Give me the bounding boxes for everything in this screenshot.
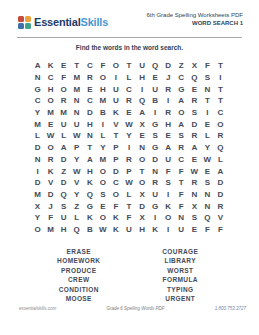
grid-cell-r11c7: C	[109, 177, 122, 189]
grid-cell-r7c14: L	[201, 130, 214, 142]
grid-cell-r12c14: N	[201, 189, 214, 201]
grid-cell-r7c2: W	[44, 130, 57, 142]
grid-cell-r3c2: H	[44, 83, 57, 95]
grid-cell-r8c11: A	[162, 142, 175, 154]
grid-cell-r5c15: C	[214, 107, 227, 119]
grid-cell-r7c3: L	[57, 130, 70, 142]
grid-cell-r15c9: H	[136, 224, 149, 236]
grid-cell-r2c13: Q	[188, 72, 201, 84]
grid-cell-r15c2: M	[44, 224, 57, 236]
grid-cell-r6c13: D	[188, 118, 201, 130]
grid-cell-r12c11: I	[162, 189, 175, 201]
grid-cell-r3c6: H	[96, 83, 109, 95]
grid-cell-r10c12: F	[175, 165, 188, 177]
grid-cell-r7c5: N	[83, 130, 96, 142]
brand-name: EssentialSkills	[34, 16, 108, 29]
grid-cell-r7c15: R	[214, 130, 227, 142]
grid-cell-r13c11: K	[162, 200, 175, 212]
grid-cell-r14c9: X	[136, 212, 149, 224]
grid-cell-r10c13: W	[188, 165, 201, 177]
grid-cell-r13c15: R	[214, 200, 227, 212]
header-divider	[17, 37, 242, 38]
grid-cell-r8c14: Y	[201, 142, 214, 154]
grid-cell-r7c6: L	[96, 130, 109, 142]
grid-cell-r10c7: D	[109, 165, 122, 177]
grid-cell-r10c10: N	[149, 165, 162, 177]
grid-cell-r5c1: Y	[31, 107, 44, 119]
grid-cell-r1c7: O	[109, 60, 122, 72]
grid-cell-r12c6: S	[96, 189, 109, 201]
grid-cell-r10c2: K	[44, 165, 57, 177]
grid-cell-r3c9: I	[136, 83, 149, 95]
worksheet-subtitle: WORD SEARCH 1	[146, 19, 243, 27]
grid-cell-r7c1: L	[31, 130, 44, 142]
grid-cell-r13c3: S	[57, 200, 70, 212]
grid-cell-r6c5: H	[83, 118, 96, 130]
grid-cell-r6c4: U	[70, 118, 83, 130]
grid-cell-r15c5: B	[83, 224, 96, 236]
grid-cell-r4c3: R	[57, 95, 70, 107]
grid-cell-r9c1: N	[31, 154, 44, 166]
grid-cell-r14c5: K	[83, 212, 96, 224]
grid-cell-r10c4: W	[70, 165, 83, 177]
grid-cell-r15c1: O	[31, 224, 44, 236]
grid-cell-r11c1: D	[31, 177, 44, 189]
grid-cell-r15c14: F	[201, 224, 214, 236]
grid-cell-r8c1: D	[31, 142, 44, 154]
grid-cell-r15c13: E	[188, 224, 201, 236]
word-search-grid: AKETCFOTUQDZXFTNCFMROILHEJCQSIGHOMEHUCIU…	[31, 60, 227, 235]
grid-cell-r4c10: B	[149, 95, 162, 107]
brand-name-essential: Essential	[34, 16, 81, 28]
grid-cell-r7c4: W	[70, 130, 83, 142]
word-item-homework: HOMEWORK	[28, 256, 130, 265]
grid-cell-r4c4: N	[70, 95, 83, 107]
grid-cell-r3c8: C	[122, 83, 135, 95]
grid-cell-r4c9: Q	[136, 95, 149, 107]
grid-cell-r13c8: T	[122, 200, 135, 212]
word-item-courage: COURAGE	[130, 247, 232, 256]
header: EssentialSkills 6th Grade Spelling Works…	[18, 11, 243, 29]
grid-cell-r6c12: A	[175, 118, 188, 130]
grid-cell-r15c6: W	[96, 224, 109, 236]
grid-cell-r12c7: O	[109, 189, 122, 201]
grid-cell-r14c10: I	[149, 212, 162, 224]
word-item-worst: WORST	[130, 266, 232, 275]
grid-cell-r6c8: W	[122, 118, 135, 130]
grid-cell-r12c15: D	[214, 189, 227, 201]
grid-cell-r2c5: R	[83, 72, 96, 84]
grid-cell-r15c11: I	[162, 224, 175, 236]
grid-cell-r6c3: U	[57, 118, 70, 130]
grid-cell-r8c13: A	[188, 142, 201, 154]
grid-cell-r3c15: T	[214, 83, 227, 95]
grid-cell-r1c10: Q	[149, 60, 162, 72]
word-list-left-column: ERASEHOMEWORKPRODUCECREWCONDITIONMOOSE	[28, 247, 130, 303]
grid-cell-r1c9: U	[136, 60, 149, 72]
word-item-produce: PRODUCE	[28, 266, 130, 275]
grid-cell-r9c8: R	[122, 154, 135, 166]
grid-cell-r7c7: T	[109, 130, 122, 142]
logo-block-orange	[25, 16, 31, 22]
grid-cell-r2c14: S	[201, 72, 214, 84]
grid-cell-r15c7: K	[109, 224, 122, 236]
grid-cell-r1c2: K	[44, 60, 57, 72]
grid-cell-r7c12: S	[175, 130, 188, 142]
grid-cell-r3c11: R	[162, 83, 175, 95]
grid-cell-r5c12: O	[175, 107, 188, 119]
grid-cell-r14c7: K	[109, 212, 122, 224]
grid-cell-r6c7: V	[109, 118, 122, 130]
grid-cell-r8c10: G	[149, 142, 162, 154]
grid-cell-r1c14: F	[201, 60, 214, 72]
grid-cell-r8c8: I	[122, 142, 135, 154]
word-item-condition: CONDITION	[28, 285, 130, 294]
word-item-erase: ERASE	[28, 247, 130, 256]
grid-cell-r7c11: E	[162, 130, 175, 142]
logo-block-red	[18, 16, 24, 22]
grid-cell-r10c1: I	[31, 165, 44, 177]
footer-phone: 1.800.753.3727	[215, 306, 246, 311]
grid-cell-r14c8: F	[122, 212, 135, 224]
grid-cell-r8c6: Y	[96, 142, 109, 154]
grid-cell-r11c15: D	[214, 177, 227, 189]
grid-cell-r14c4: L	[70, 212, 83, 224]
grid-cell-r12c5: Q	[83, 189, 96, 201]
word-item-library: LIBRARY	[130, 256, 232, 265]
grid-cell-r11c2: V	[44, 177, 57, 189]
grid-cell-r14c14: Q	[201, 212, 214, 224]
grid-cell-r5c10: I	[149, 107, 162, 119]
grid-cell-r6c2: E	[44, 118, 57, 130]
grid-cell-r2c10: E	[149, 72, 162, 84]
grid-cell-r1c1: A	[31, 60, 44, 72]
grid-cell-r11c4: V	[70, 177, 83, 189]
grid-cell-r13c10: G	[149, 200, 162, 212]
grid-cell-r1c6: F	[96, 60, 109, 72]
grid-cell-r14c15: V	[214, 212, 227, 224]
grid-cell-r8c4: P	[70, 142, 83, 154]
word-item-urgent: URGENT	[130, 294, 232, 303]
grid-cell-r11c8: W	[122, 177, 135, 189]
grid-cell-r5c4: N	[70, 107, 83, 119]
essentialskills-logo-icon	[18, 16, 31, 29]
grid-cell-r1c5: C	[83, 60, 96, 72]
grid-cell-r9c3: D	[57, 154, 70, 166]
grid-cell-r3c4: M	[70, 83, 83, 95]
grid-cell-r11c12: T	[175, 177, 188, 189]
grid-cell-r12c12: F	[175, 189, 188, 201]
grid-cell-r1c4: T	[70, 60, 83, 72]
grid-cell-r13c12: F	[175, 200, 188, 212]
grid-cell-r5c13: S	[188, 107, 201, 119]
grid-cell-r9c15: L	[214, 154, 227, 166]
grid-cell-r5c6: B	[96, 107, 109, 119]
grid-cell-r4c1: C	[31, 95, 44, 107]
grid-cell-r12c9: X	[136, 189, 149, 201]
grid-cell-r12c4: Y	[70, 189, 83, 201]
worksheet-title: 6th Grade Spelling Worksheets PDF	[146, 11, 243, 19]
word-list-right-column: COURAGELIBRARYWORSTFORMULATYPINGURGENT	[130, 247, 232, 303]
grid-cell-r6c9: X	[136, 118, 149, 130]
grid-cell-r2c9: H	[136, 72, 149, 84]
grid-cell-r13c13: X	[188, 200, 201, 212]
logo-block-green	[25, 23, 31, 29]
word-list: ERASEHOMEWORKPRODUCECREWCONDITIONMOOSE C…	[28, 247, 231, 303]
grid-cell-r10c6: O	[96, 165, 109, 177]
grid-cell-r13c4: Z	[70, 200, 83, 212]
grid-cell-r12c13: N	[188, 189, 201, 201]
grid-cell-r5c7: K	[109, 107, 122, 119]
grid-cell-r2c3: F	[57, 72, 70, 84]
grid-cell-r11c6: O	[96, 177, 109, 189]
worksheet-page: EssentialSkills 6th Grade Spelling Works…	[0, 0, 259, 335]
grid-cell-r1c11: D	[162, 60, 175, 72]
grid-cell-r11c5: K	[83, 177, 96, 189]
grid-cell-r11c10: R	[149, 177, 162, 189]
grid-cell-r3c10: U	[149, 83, 162, 95]
grid-cell-r9c12: C	[175, 154, 188, 166]
word-item-crew: CREW	[28, 275, 130, 284]
grid-cell-r13c7: F	[109, 200, 122, 212]
grid-cell-r5c14: I	[201, 107, 214, 119]
grid-cell-r11c3: D	[57, 177, 70, 189]
grid-cell-r10c14: E	[201, 165, 214, 177]
grid-cell-r8c9: N	[136, 142, 149, 154]
grid-cell-r12c3: Q	[57, 189, 70, 201]
grid-cell-r14c2: F	[44, 212, 57, 224]
grid-cell-r2c11: J	[162, 72, 175, 84]
grid-cell-r14c1: Y	[31, 212, 44, 224]
grid-cell-r2c8: L	[122, 72, 135, 84]
grid-cell-r13c9: D	[136, 200, 149, 212]
grid-cell-r10c15: A	[214, 165, 227, 177]
grid-cell-r4c15: T	[214, 95, 227, 107]
logo-block-blue	[18, 23, 24, 29]
grid-cell-r13c1: X	[31, 200, 44, 212]
grid-cell-r10c5: H	[83, 165, 96, 177]
grid-cell-r5c5: D	[83, 107, 96, 119]
grid-cell-r3c1: G	[31, 83, 44, 95]
grid-cell-r2c4: M	[70, 72, 83, 84]
grid-cell-r3c13: E	[188, 83, 201, 95]
grid-cell-r4c13: R	[188, 95, 201, 107]
grid-cell-r14c3: U	[57, 212, 70, 224]
grid-cell-r1c8: T	[122, 60, 135, 72]
grid-cell-r6c11: H	[162, 118, 175, 130]
grid-cell-r4c2: O	[44, 95, 57, 107]
grid-cell-r4c12: A	[175, 95, 188, 107]
grid-cell-r4c6: M	[96, 95, 109, 107]
grid-cell-r11c13: R	[188, 177, 201, 189]
grid-cell-r14c6: O	[96, 212, 109, 224]
grid-cell-r13c5: G	[83, 200, 96, 212]
grid-cell-r2c7: I	[109, 72, 122, 84]
grid-cell-r9c14: W	[201, 154, 214, 166]
grid-cell-r3c14: N	[201, 83, 214, 95]
grid-cell-r4c11: I	[162, 95, 175, 107]
grid-cell-r11c11: S	[162, 177, 175, 189]
grid-cell-r2c1: N	[31, 72, 44, 84]
grid-cell-r1c15: T	[214, 60, 227, 72]
footer: essentialskills.com Grade 6 Spelling Wor…	[19, 306, 246, 311]
grid-cell-r6c1: M	[31, 118, 44, 130]
grid-cell-r13c6: E	[96, 200, 109, 212]
grid-cell-r7c9: E	[136, 130, 149, 142]
grid-cell-r9c6: M	[96, 154, 109, 166]
grid-cell-r5c2: M	[44, 107, 57, 119]
grid-cell-r15c3: H	[57, 224, 70, 236]
grid-cell-r9c11: U	[162, 154, 175, 166]
grid-cell-r9c9: O	[136, 154, 149, 166]
grid-cell-r15c4: Q	[70, 224, 83, 236]
grid-cell-r15c12: U	[175, 224, 188, 236]
word-item-formula: FORMULA	[130, 275, 232, 284]
instruction-text: Find the words in the word search.	[0, 44, 259, 51]
grid-cell-r8c7: P	[109, 142, 122, 154]
grid-cell-r5c9: A	[136, 107, 149, 119]
grid-cell-r9c4: Y	[70, 154, 83, 166]
grid-cell-r13c14: N	[201, 200, 214, 212]
grid-cell-r9c7: P	[109, 154, 122, 166]
word-item-typing: TYPING	[130, 285, 232, 294]
grid-cell-r4c7: U	[109, 95, 122, 107]
grid-cell-r9c2: R	[44, 154, 57, 166]
grid-cell-r11c9: O	[136, 177, 149, 189]
grid-cell-r9c10: D	[149, 154, 162, 166]
grid-cell-r10c11: F	[162, 165, 175, 177]
grid-cell-r3c7: U	[109, 83, 122, 95]
grid-cell-r12c8: L	[122, 189, 135, 201]
grid-cell-r10c8: P	[122, 165, 135, 177]
grid-cell-r6c15: O	[214, 118, 227, 130]
grid-cell-r2c2: C	[44, 72, 57, 84]
grid-cell-r8c5: T	[83, 142, 96, 154]
grid-cell-r1c13: X	[188, 60, 201, 72]
grid-cell-r5c11: R	[162, 107, 175, 119]
grid-cell-r11c14: S	[201, 177, 214, 189]
brand-name-skills: Skills	[81, 16, 109, 28]
grid-cell-r4c5: C	[83, 95, 96, 107]
footer-website: essentialskills.com	[19, 306, 56, 311]
grid-cell-r2c6: O	[96, 72, 109, 84]
grid-cell-r3c3: O	[57, 83, 70, 95]
grid-cell-r6c10: G	[149, 118, 162, 130]
word-item-moose: MOOSE	[28, 294, 130, 303]
grid-cell-r12c1: M	[31, 189, 44, 201]
grid-cell-r1c3: E	[57, 60, 70, 72]
grid-cell-r3c5: E	[83, 83, 96, 95]
grid-cell-r15c10: K	[149, 224, 162, 236]
grid-cell-r2c12: C	[175, 72, 188, 84]
grid-cell-r6c14: E	[201, 118, 214, 130]
grid-cell-r10c9: T	[136, 165, 149, 177]
grid-cell-r7c13: R	[188, 130, 201, 142]
grid-cell-r15c15: F	[214, 224, 227, 236]
grid-cell-r1c12: Z	[175, 60, 188, 72]
brand-logo: EssentialSkills	[18, 16, 108, 29]
grid-cell-r7c10: S	[149, 130, 162, 142]
grid-cell-r5c3: M	[57, 107, 70, 119]
grid-cell-r6c6: I	[96, 118, 109, 130]
grid-cell-r8c12: R	[175, 142, 188, 154]
grid-cell-r9c13: E	[188, 154, 201, 166]
grid-cell-r9c5: A	[83, 154, 96, 166]
grid-cell-r14c11: O	[162, 212, 175, 224]
grid-cell-r13c2: J	[44, 200, 57, 212]
grid-cell-r8c2: O	[44, 142, 57, 154]
grid-cell-r14c12: N	[175, 212, 188, 224]
grid-cell-r15c8: U	[122, 224, 135, 236]
grid-cell-r8c3: A	[57, 142, 70, 154]
grid-cell-r12c2: D	[44, 189, 57, 201]
grid-cell-r3c12: G	[175, 83, 188, 95]
grid-cell-r5c8: E	[122, 107, 135, 119]
grid-cell-r2c15: I	[214, 72, 227, 84]
grid-cell-r10c3: Z	[57, 165, 70, 177]
grid-cell-r4c8: R	[122, 95, 135, 107]
grid-cell-r14c13: S	[188, 212, 201, 224]
grid-cell-r8c15: Q	[214, 142, 227, 154]
grid-cell-r12c10: U	[149, 189, 162, 201]
grid-cell-r7c8: Y	[122, 130, 135, 142]
header-titles: 6th Grade Spelling Worksheets PDF WORD S…	[146, 11, 243, 27]
footer-source: Grade 6 Spelling Words PDF	[106, 306, 164, 311]
grid-cell-r4c14: T	[201, 95, 214, 107]
